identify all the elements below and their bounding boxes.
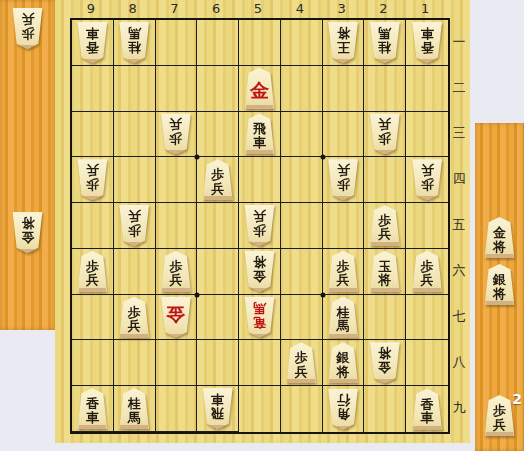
cell-9-一[interactable]: 香車 — [72, 20, 114, 66]
piece-gote-lance[interactable]: 香車 — [76, 22, 109, 63]
cell-9-七[interactable] — [72, 295, 114, 341]
piece-kanji: 歩兵 — [378, 118, 391, 145]
piece-kanji: 歩兵 — [421, 260, 434, 287]
piece-kanji: 歩兵 — [337, 260, 350, 287]
piece-kanji: 竜馬 — [253, 302, 266, 329]
cell-2-九[interactable] — [364, 386, 406, 432]
piece-kanji: 歩兵 — [86, 260, 99, 287]
cell-9-六[interactable]: 歩兵 — [72, 249, 114, 295]
piece-sente-pawn[interactable]: 歩兵 — [118, 297, 151, 338]
cell-8-八[interactable] — [114, 340, 156, 386]
piece-kanji: 王将 — [337, 27, 350, 54]
file-label-9: 9 — [81, 1, 101, 16]
piece-sente-silver[interactable]: 銀将 — [327, 342, 360, 383]
cell-9-八[interactable] — [72, 340, 114, 386]
cell-8-九[interactable]: 桂馬 — [114, 386, 156, 432]
piece-gote-knight[interactable]: 桂馬 — [118, 22, 151, 63]
piece-kanji: 飛車 — [253, 122, 266, 149]
piece-gote-pawn[interactable]: 歩兵 — [243, 205, 276, 246]
piece-kanji: 金将 — [378, 347, 391, 374]
piece-gote-pawn[interactable]: 歩兵 — [76, 159, 109, 200]
cell-4-六[interactable] — [281, 249, 323, 295]
piece-kanji: 歩兵 — [211, 168, 224, 195]
cell-9-五[interactable] — [72, 203, 114, 249]
cell-1-八[interactable] — [406, 340, 448, 386]
cell-4-九[interactable] — [281, 386, 323, 432]
piece-kanji: 桂馬 — [128, 397, 141, 424]
file-label-1: 1 — [415, 1, 435, 16]
piece-kanji: 歩兵 — [169, 118, 182, 145]
file-label-6: 6 — [206, 1, 226, 16]
piece-sente-king[interactable]: 玉将 — [368, 251, 401, 292]
piece-sente-pawn[interactable]: 歩兵 — [368, 205, 401, 246]
cell-3-四[interactable]: 歩兵 — [323, 157, 365, 203]
cell-3-九[interactable]: 角行 — [323, 386, 365, 432]
piece-gote-gold[interactable]: 金将 — [243, 251, 276, 292]
cell-3-一[interactable]: 王将 — [323, 20, 365, 66]
piece-kanji: 歩兵 — [295, 351, 308, 378]
piece-kanji: 飛車 — [211, 393, 224, 420]
piece-kanji: 歩兵 — [337, 164, 350, 191]
rank-label-2: 二 — [449, 79, 469, 97]
piece-gote-pawn[interactable]: 歩兵 — [327, 159, 360, 200]
cell-6-八[interactable] — [197, 340, 239, 386]
cell-6-六[interactable] — [197, 249, 239, 295]
cell-7-四[interactable] — [156, 157, 198, 203]
cell-5-七[interactable]: 竜馬 — [239, 295, 281, 341]
piece-sente-pawn[interactable]: 歩兵 — [411, 251, 444, 292]
file-label-3: 3 — [332, 1, 352, 16]
cell-5-一[interactable] — [239, 20, 281, 66]
piece-kanji: 金将 — [253, 256, 266, 283]
cell-1-九[interactable]: 香車 — [406, 386, 448, 432]
cell-9-三[interactable] — [72, 112, 114, 158]
rank-label-7: 七 — [449, 308, 469, 326]
piece-kanji: 香車 — [86, 397, 99, 424]
cell-3-八[interactable]: 銀将 — [323, 340, 365, 386]
star-point — [195, 155, 200, 160]
cell-8-三[interactable] — [114, 112, 156, 158]
cell-5-二[interactable]: 金 — [239, 66, 281, 112]
piece-gote-king[interactable]: 王将 — [327, 22, 360, 63]
piece-gote-gold[interactable]: 金将 — [368, 342, 401, 383]
cell-4-三[interactable] — [281, 112, 323, 158]
cell-6-一[interactable] — [197, 20, 239, 66]
piece-kanji: 金 — [250, 80, 269, 100]
cell-5-四[interactable] — [239, 157, 281, 203]
piece-kanji: 歩兵 — [421, 164, 434, 191]
cell-5-八[interactable] — [239, 340, 281, 386]
cell-5-九[interactable] — [239, 386, 281, 432]
cell-2-二[interactable] — [364, 66, 406, 112]
cell-8-五[interactable]: 歩兵 — [114, 203, 156, 249]
rank-label-5: 五 — [449, 216, 469, 234]
cell-9-四[interactable]: 歩兵 — [72, 157, 114, 203]
piece-kanji: 香車 — [86, 27, 99, 54]
piece-kanji: 歩兵 — [169, 260, 182, 287]
piece-sente-pawn[interactable]: 歩兵 — [285, 342, 318, 383]
cell-3-七[interactable]: 桂馬 — [323, 295, 365, 341]
piece-kanji: 香車 — [421, 398, 434, 425]
gote-hand-tray: 歩兵金将 — [0, 0, 55, 330]
shogi-board: 香車桂馬王将桂馬香車金歩兵飛車歩兵歩兵歩兵歩兵歩兵歩兵歩兵歩兵歩兵歩兵金将歩兵玉… — [70, 18, 450, 434]
piece-kanji: 金 — [166, 305, 185, 325]
piece-kanji: 桂馬 — [378, 27, 391, 54]
piece-kanji: 金将 — [493, 226, 506, 253]
cell-8-七[interactable]: 歩兵 — [114, 295, 156, 341]
cell-2-四[interactable] — [364, 157, 406, 203]
cell-7-六[interactable]: 歩兵 — [156, 249, 198, 295]
cell-3-六[interactable]: 歩兵 — [323, 249, 365, 295]
piece-sente-pawn[interactable]: 歩兵 — [201, 159, 234, 200]
piece-kanji: 桂馬 — [337, 306, 350, 333]
cell-7-九[interactable] — [156, 386, 198, 432]
cell-7-八[interactable] — [156, 340, 198, 386]
cell-5-六[interactable]: 金将 — [239, 249, 281, 295]
cell-8-四[interactable] — [114, 157, 156, 203]
cell-3-二[interactable] — [323, 66, 365, 112]
piece-sente-rook[interactable]: 飛車 — [243, 113, 276, 154]
rank-label-9: 九 — [449, 399, 469, 417]
piece-gote-gold[interactable]: 金将 — [11, 212, 44, 253]
cell-6-七[interactable] — [197, 295, 239, 341]
piece-kanji: 歩兵 — [128, 306, 141, 333]
piece-kanji: 角行 — [337, 394, 350, 421]
cell-5-三[interactable]: 飛車 — [239, 112, 281, 158]
piece-kanji: 歩兵 — [128, 210, 141, 237]
piece-gote-promoted-bishop[interactable]: 竜馬 — [243, 297, 276, 338]
piece-gote-knight[interactable]: 桂馬 — [368, 22, 401, 63]
piece-sente-knight[interactable]: 桂馬 — [118, 388, 151, 429]
piece-kanji: 玉将 — [378, 260, 391, 287]
piece-gote-pawn[interactable]: 歩兵 — [159, 113, 192, 154]
piece-gote-lance[interactable]: 香車 — [411, 22, 444, 63]
cell-2-七[interactable] — [364, 295, 406, 341]
cell-6-五[interactable] — [197, 203, 239, 249]
piece-kanji: 銀将 — [493, 273, 506, 300]
cell-9-二[interactable] — [72, 66, 114, 112]
file-label-7: 7 — [164, 1, 184, 16]
cell-3-三[interactable] — [323, 112, 365, 158]
cell-7-三[interactable]: 歩兵 — [156, 112, 198, 158]
file-label-8: 8 — [123, 1, 143, 16]
star-point — [195, 292, 200, 297]
rank-label-1: 一 — [449, 33, 469, 51]
piece-kanji: 金将 — [21, 217, 34, 244]
cell-7-七[interactable]: 金 — [156, 295, 198, 341]
piece-gote-pawn[interactable]: 歩兵 — [368, 113, 401, 154]
cell-2-六[interactable]: 玉将 — [364, 249, 406, 295]
piece-sente-lance[interactable]: 香車 — [411, 389, 444, 430]
piece-gote-rook[interactable]: 飛車 — [201, 388, 234, 429]
piece-kanji: 歩兵 — [21, 13, 34, 40]
piece-gote-bishop[interactable]: 角行 — [327, 389, 360, 430]
sente-hand-tray: 金将銀将歩兵2 — [475, 123, 524, 451]
cell-4-七[interactable] — [281, 295, 323, 341]
piece-kanji: 歩兵 — [86, 164, 99, 191]
cell-3-五[interactable] — [323, 203, 365, 249]
cell-4-八[interactable]: 歩兵 — [281, 340, 323, 386]
rank-label-8: 八 — [449, 353, 469, 371]
cell-8-一[interactable]: 桂馬 — [114, 20, 156, 66]
star-point — [320, 292, 325, 297]
piece-sente-knight[interactable]: 桂馬 — [327, 297, 360, 338]
piece-kanji: 銀将 — [337, 351, 350, 378]
cell-4-一[interactable] — [281, 20, 323, 66]
star-point — [320, 155, 325, 160]
piece-sente-silver[interactable]: 銀将 — [483, 264, 516, 305]
cell-4-四[interactable] — [281, 157, 323, 203]
piece-gote-pawn[interactable]: 歩兵 — [118, 205, 151, 246]
cell-8-二[interactable] — [114, 66, 156, 112]
cell-6-四[interactable]: 歩兵 — [197, 157, 239, 203]
file-label-2: 2 — [373, 1, 393, 16]
piece-sente-pawn[interactable]: 歩兵 — [159, 251, 192, 292]
cell-1-四[interactable]: 歩兵 — [406, 157, 448, 203]
cell-6-三[interactable] — [197, 112, 239, 158]
piece-kanji: 歩兵 — [253, 210, 266, 237]
file-label-5: 5 — [248, 1, 268, 16]
cell-6-二[interactable] — [197, 66, 239, 112]
cell-8-六[interactable] — [114, 249, 156, 295]
rank-label-4: 四 — [449, 170, 469, 188]
cell-1-一[interactable]: 香車 — [406, 20, 448, 66]
cell-9-九[interactable]: 香車 — [72, 386, 114, 432]
piece-gote-promoted-silver[interactable]: 金 — [159, 297, 192, 338]
piece-sente-lance[interactable]: 香車 — [76, 388, 109, 429]
piece-sente-pawn[interactable]: 歩兵 — [76, 251, 109, 292]
cell-1-三[interactable] — [406, 112, 448, 158]
cell-1-五[interactable] — [406, 203, 448, 249]
rank-label-6: 六 — [449, 262, 469, 280]
file-label-4: 4 — [290, 1, 310, 16]
piece-sente-gold[interactable]: 金将 — [483, 217, 516, 258]
hand-pawn-count: 2 — [512, 391, 522, 407]
piece-kanji: 桂馬 — [128, 27, 141, 54]
cell-5-五[interactable]: 歩兵 — [239, 203, 281, 249]
cell-2-八[interactable]: 金将 — [364, 340, 406, 386]
piece-sente-promoted-silver[interactable]: 金 — [243, 68, 276, 109]
cell-7-一[interactable] — [156, 20, 198, 66]
cell-1-七[interactable] — [406, 295, 448, 341]
cell-4-二[interactable] — [281, 66, 323, 112]
cell-1-六[interactable]: 歩兵 — [406, 249, 448, 295]
cell-2-三[interactable]: 歩兵 — [364, 112, 406, 158]
piece-kanji: 香車 — [421, 27, 434, 54]
piece-gote-pawn[interactable]: 歩兵 — [411, 159, 444, 200]
shogi-app: 歩兵金将 金将銀将歩兵2 987654321 一二三四五六七八九 香車桂馬王将桂… — [0, 0, 524, 451]
piece-kanji: 歩兵 — [493, 404, 506, 431]
cell-7-二[interactable] — [156, 66, 198, 112]
cell-2-一[interactable]: 桂馬 — [364, 20, 406, 66]
cell-6-九[interactable]: 飛車 — [197, 386, 239, 432]
cell-1-二[interactable] — [406, 66, 448, 112]
piece-gote-pawn[interactable]: 歩兵 — [11, 8, 44, 49]
cell-4-五[interactable] — [281, 203, 323, 249]
cell-7-五[interactable] — [156, 203, 198, 249]
rank-label-3: 三 — [449, 124, 469, 142]
piece-kanji: 歩兵 — [378, 214, 391, 241]
cell-2-五[interactable]: 歩兵 — [364, 203, 406, 249]
piece-sente-pawn[interactable]: 歩兵 — [327, 251, 360, 292]
